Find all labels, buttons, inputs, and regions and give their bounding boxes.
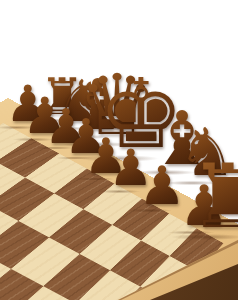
chess-photo-scene: ♜♟♞♝♟♛♟♚♟♝♟♞♟♟♟♜	[0, 0, 238, 300]
piece-black-rook-h8[interactable]: ♜	[184, 153, 238, 241]
pieces-layer: ♜♟♞♝♟♛♟♚♟♝♟♞♟♟♟♜	[0, 0, 238, 300]
rook-glyph: ♜	[184, 153, 238, 241]
